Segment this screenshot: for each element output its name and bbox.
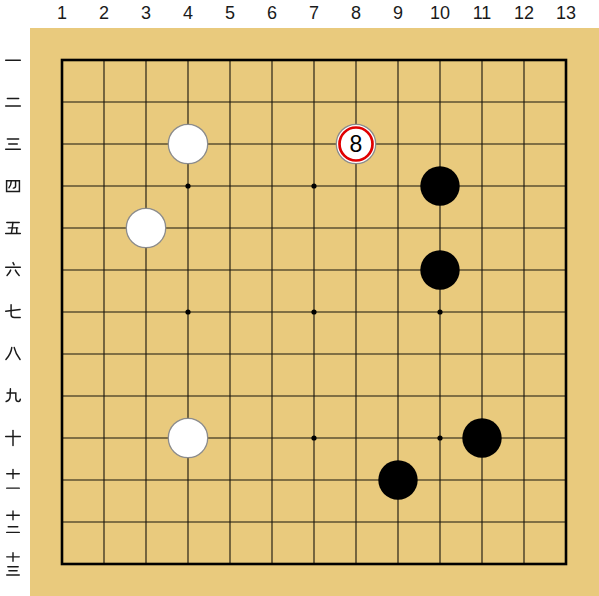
row-label-stroke [14,348,20,360]
row-label-stroke [6,389,10,402]
row-label-stroke [13,263,14,265]
column-label: 8 [351,3,361,23]
column-label: 9 [393,3,403,23]
row-label [6,305,21,318]
row-label [6,263,21,276]
row-label-stroke [9,181,11,188]
stone-white [168,124,207,163]
row-label [6,348,20,360]
row-label-stroke [15,270,19,275]
row-label [6,139,21,149]
row-label [7,469,20,488]
row-label-stroke [11,305,20,318]
column-label: 6 [267,3,277,23]
stone-white [126,208,165,247]
row-label [6,431,21,446]
row-label [7,511,20,532]
column-label: 4 [183,3,193,23]
star-point [437,309,442,314]
column-label: 5 [225,3,235,23]
column-label: 7 [309,3,319,23]
go-board: 123456789101112138 [0,0,599,596]
column-label: 11 [473,3,492,23]
stone-black [420,250,459,289]
column-label: 10 [430,3,450,23]
column-label: 12 [514,3,534,23]
star-point [311,183,316,188]
star-point [185,309,190,314]
column-label: 2 [99,3,109,23]
row-label [6,389,20,402]
row-label [7,181,20,192]
stone-white [168,418,207,457]
column-label: 13 [556,3,576,23]
stone-black [378,460,417,499]
move-number-label: 8 [350,131,363,157]
row-label [7,553,20,575]
star-point [437,435,442,440]
stone-black [420,166,459,205]
row-label-stroke [7,181,20,192]
row-label-stroke [13,181,15,188]
column-label: 3 [141,3,151,23]
go-diagram: 123456789101112138 [0,0,599,596]
row-label-stroke [7,270,11,275]
row-label-stroke [6,309,20,311]
star-point [311,309,316,314]
column-label: 1 [57,3,67,23]
stone-black [462,418,501,457]
star-point [311,435,316,440]
row-label-stroke [6,348,12,360]
row-label [6,98,21,106]
star-point [185,183,190,188]
row-label [6,223,21,234]
